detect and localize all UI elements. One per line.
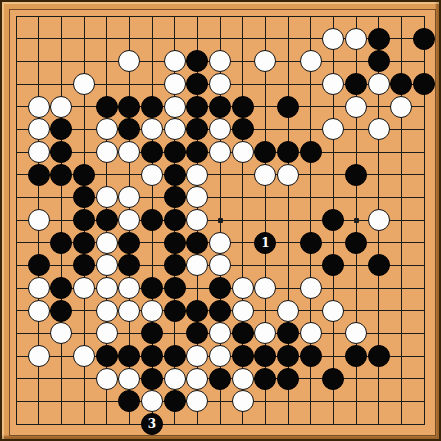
white-stone[interactable] [118, 186, 140, 208]
black-stone[interactable] [322, 254, 344, 276]
white-stone[interactable] [96, 368, 118, 390]
white-stone[interactable] [96, 141, 118, 163]
black-stone[interactable] [322, 209, 344, 231]
white-stone[interactable] [28, 277, 50, 299]
white-stone[interactable] [164, 73, 186, 95]
black-stone[interactable] [50, 118, 72, 140]
white-stone[interactable] [28, 300, 50, 322]
black-stone[interactable] [118, 96, 140, 118]
white-stone[interactable] [50, 322, 72, 344]
black-stone[interactable] [300, 345, 322, 367]
black-stone[interactable] [141, 368, 163, 390]
white-stone[interactable] [28, 118, 50, 140]
white-stone[interactable] [96, 322, 118, 344]
black-stone[interactable] [141, 345, 163, 367]
white-stone[interactable] [50, 96, 72, 118]
black-stone[interactable] [186, 232, 208, 254]
black-stone[interactable] [368, 345, 390, 367]
black-stone[interactable] [50, 300, 72, 322]
star-point [218, 218, 223, 223]
black-stone[interactable] [345, 345, 367, 367]
black-stone[interactable] [118, 390, 140, 412]
black-stone[interactable] [118, 232, 140, 254]
white-stone[interactable] [118, 277, 140, 299]
black-stone[interactable] [141, 277, 163, 299]
go-board[interactable]: 13 [9, 9, 436, 436]
black-stone[interactable] [96, 96, 118, 118]
black-stone[interactable] [413, 73, 435, 95]
white-stone[interactable] [186, 368, 208, 390]
black-stone[interactable] [50, 232, 72, 254]
black-stone[interactable] [186, 141, 208, 163]
white-stone[interactable] [300, 322, 322, 344]
black-stone[interactable] [50, 164, 72, 186]
black-stone[interactable] [118, 345, 140, 367]
white-stone[interactable] [322, 300, 344, 322]
white-stone[interactable] [96, 232, 118, 254]
go-board-frame: 13 [0, 0, 441, 441]
black-stone[interactable] [73, 209, 95, 231]
white-stone[interactable] [186, 164, 208, 186]
black-stone[interactable] [28, 254, 50, 276]
white-stone[interactable] [254, 164, 276, 186]
white-stone[interactable] [368, 209, 390, 231]
black-stone[interactable] [232, 96, 254, 118]
black-stone[interactable] [390, 73, 412, 95]
black-stone[interactable] [345, 232, 367, 254]
black-stone[interactable] [28, 164, 50, 186]
black-stone[interactable] [141, 322, 163, 344]
white-stone[interactable] [28, 141, 50, 163]
white-stone[interactable] [232, 390, 254, 412]
white-stone[interactable] [209, 141, 231, 163]
white-stone[interactable] [232, 368, 254, 390]
white-stone[interactable] [322, 118, 344, 140]
white-stone[interactable] [118, 300, 140, 322]
black-stone[interactable] [254, 368, 276, 390]
white-stone[interactable] [164, 118, 186, 140]
white-stone[interactable] [232, 277, 254, 299]
black-stone[interactable] [164, 209, 186, 231]
white-stone[interactable] [368, 118, 390, 140]
black-stone[interactable] [277, 322, 299, 344]
star-point [354, 218, 359, 223]
white-stone[interactable] [96, 118, 118, 140]
black-stone[interactable]: 3 [141, 413, 163, 435]
white-stone[interactable] [345, 28, 367, 50]
black-stone[interactable] [413, 28, 435, 50]
white-stone[interactable] [118, 50, 140, 72]
black-stone[interactable] [345, 73, 367, 95]
black-stone[interactable] [209, 300, 231, 322]
white-stone[interactable] [141, 300, 163, 322]
black-stone[interactable] [277, 141, 299, 163]
white-stone[interactable] [254, 50, 276, 72]
white-stone[interactable] [209, 345, 231, 367]
black-stone[interactable] [232, 345, 254, 367]
black-stone[interactable] [141, 141, 163, 163]
black-stone[interactable] [164, 300, 186, 322]
black-stone[interactable] [277, 96, 299, 118]
white-stone[interactable] [28, 345, 50, 367]
black-stone[interactable] [254, 345, 276, 367]
grid-line-vertical [16, 16, 17, 425]
black-stone[interactable] [300, 141, 322, 163]
black-stone[interactable] [164, 277, 186, 299]
white-stone[interactable] [186, 345, 208, 367]
black-stone[interactable] [209, 96, 231, 118]
black-stone[interactable] [50, 141, 72, 163]
white-stone[interactable] [73, 277, 95, 299]
white-stone[interactable] [141, 390, 163, 412]
white-stone[interactable] [164, 50, 186, 72]
black-stone[interactable] [164, 141, 186, 163]
white-stone[interactable] [28, 96, 50, 118]
white-stone[interactable] [300, 50, 322, 72]
black-stone[interactable]: 1 [254, 232, 276, 254]
white-stone[interactable] [209, 73, 231, 95]
black-stone[interactable] [164, 186, 186, 208]
black-stone[interactable] [209, 368, 231, 390]
black-stone[interactable] [141, 96, 163, 118]
black-stone[interactable] [141, 209, 163, 231]
black-stone[interactable] [73, 232, 95, 254]
white-stone[interactable] [96, 186, 118, 208]
black-stone[interactable] [368, 254, 390, 276]
grid-line-vertical [61, 16, 62, 425]
white-stone[interactable] [345, 322, 367, 344]
black-stone[interactable] [96, 209, 118, 231]
white-stone[interactable] [322, 28, 344, 50]
black-stone[interactable] [186, 96, 208, 118]
black-stone[interactable] [277, 345, 299, 367]
white-stone[interactable] [118, 368, 140, 390]
white-stone[interactable] [118, 209, 140, 231]
grid-line-horizontal [16, 401, 425, 402]
white-stone[interactable] [164, 368, 186, 390]
black-stone[interactable] [186, 322, 208, 344]
black-stone[interactable] [209, 277, 231, 299]
white-stone[interactable] [96, 300, 118, 322]
black-stone[interactable] [232, 322, 254, 344]
black-stone[interactable] [300, 232, 322, 254]
black-stone[interactable] [73, 254, 95, 276]
white-stone[interactable] [300, 277, 322, 299]
white-stone[interactable] [73, 345, 95, 367]
white-stone[interactable] [209, 322, 231, 344]
white-stone[interactable] [186, 209, 208, 231]
black-stone[interactable] [164, 232, 186, 254]
black-stone[interactable] [186, 50, 208, 72]
white-stone[interactable] [209, 254, 231, 276]
white-stone[interactable] [232, 141, 254, 163]
white-stone[interactable] [390, 96, 412, 118]
white-stone[interactable] [277, 300, 299, 322]
white-stone[interactable] [141, 118, 163, 140]
white-stone[interactable] [118, 141, 140, 163]
white-stone[interactable] [368, 73, 390, 95]
black-stone[interactable] [96, 345, 118, 367]
white-stone[interactable] [232, 300, 254, 322]
black-stone[interactable] [186, 118, 208, 140]
black-stone[interactable] [345, 164, 367, 186]
white-stone[interactable] [254, 322, 276, 344]
black-stone[interactable] [164, 164, 186, 186]
black-stone[interactable] [118, 254, 140, 276]
white-stone[interactable] [277, 164, 299, 186]
black-stone[interactable] [186, 300, 208, 322]
white-stone[interactable] [209, 232, 231, 254]
black-stone[interactable] [73, 164, 95, 186]
white-stone[interactable] [345, 96, 367, 118]
black-stone[interactable] [73, 186, 95, 208]
black-stone[interactable] [368, 28, 390, 50]
black-stone[interactable] [50, 277, 72, 299]
grid-line-horizontal [16, 424, 425, 425]
black-stone[interactable] [232, 118, 254, 140]
black-stone[interactable] [164, 345, 186, 367]
white-stone[interactable] [141, 164, 163, 186]
white-stone[interactable] [186, 254, 208, 276]
black-stone[interactable] [368, 50, 390, 72]
grid-line-horizontal [16, 16, 425, 17]
white-stone[interactable] [186, 390, 208, 412]
black-stone[interactable] [164, 390, 186, 412]
move-number-label: 3 [148, 418, 156, 430]
black-stone[interactable] [322, 368, 344, 390]
black-stone[interactable] [277, 368, 299, 390]
black-stone[interactable] [186, 73, 208, 95]
move-number-label: 1 [261, 236, 269, 248]
white-stone[interactable] [209, 50, 231, 72]
black-stone[interactable] [164, 254, 186, 276]
white-stone[interactable] [96, 254, 118, 276]
black-stone[interactable] [118, 118, 140, 140]
white-stone[interactable] [28, 209, 50, 231]
white-stone[interactable] [322, 73, 344, 95]
white-stone[interactable] [254, 277, 276, 299]
black-stone[interactable] [254, 141, 276, 163]
white-stone[interactable] [164, 96, 186, 118]
white-stone[interactable] [186, 186, 208, 208]
white-stone[interactable] [73, 73, 95, 95]
white-stone[interactable] [209, 118, 231, 140]
white-stone[interactable] [96, 277, 118, 299]
